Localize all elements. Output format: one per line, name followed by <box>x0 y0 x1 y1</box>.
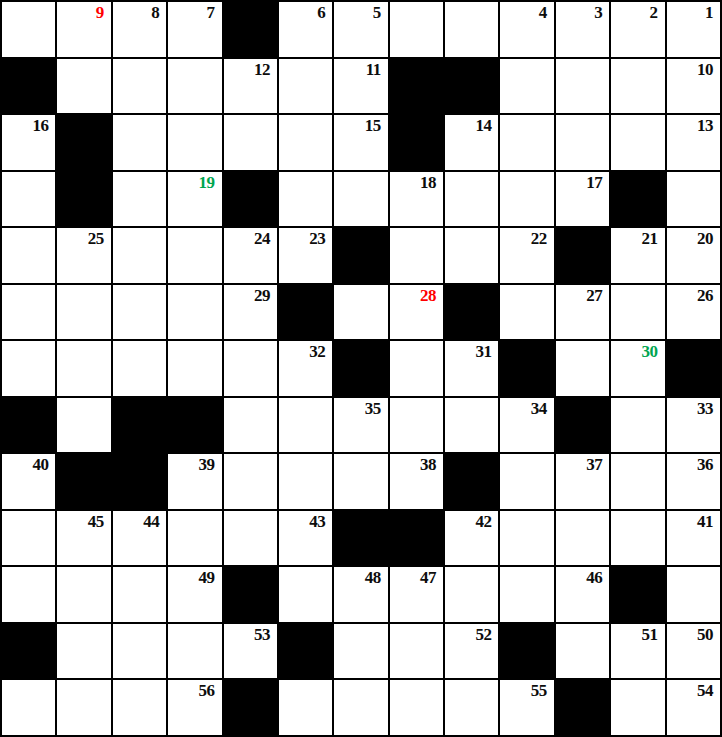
cell-r8c6[interactable] <box>279 398 332 453</box>
cell-r13c3[interactable] <box>113 680 166 735</box>
cell-r7c13 <box>667 341 720 396</box>
cell-r13c9[interactable] <box>445 680 498 735</box>
clue-number-17: 17 <box>586 173 602 192</box>
cell-r2c10[interactable] <box>500 59 553 114</box>
clue-number-34: 34 <box>531 399 547 418</box>
cell-r8c7[interactable]: 35 <box>334 398 387 453</box>
cell-r10c7 <box>334 511 387 566</box>
cell-r10c13[interactable]: 41 <box>667 511 720 566</box>
cell-r6c13[interactable]: 26 <box>667 285 720 340</box>
cell-r11c9[interactable] <box>445 567 498 622</box>
cell-r2c7[interactable]: 11 <box>334 59 387 114</box>
cell-r2c6[interactable] <box>279 59 332 114</box>
cell-r4c2 <box>57 172 110 227</box>
cell-r11c6[interactable] <box>279 567 332 622</box>
clue-number-31: 31 <box>475 342 491 361</box>
cell-r6c8[interactable]: 28 <box>390 285 443 340</box>
clue-number-3: 3 <box>594 3 602 22</box>
cell-r6c2[interactable] <box>57 285 110 340</box>
cell-r2c13[interactable]: 10 <box>667 59 720 114</box>
cell-r1c7[interactable]: 5 <box>334 2 387 57</box>
cell-r9c6[interactable] <box>279 454 332 509</box>
cell-r7c7 <box>334 341 387 396</box>
cell-r4c3[interactable] <box>113 172 166 227</box>
clue-number-41: 41 <box>697 512 713 531</box>
clue-number-53: 53 <box>254 625 270 644</box>
cell-r11c7[interactable]: 48 <box>334 567 387 622</box>
cell-r5c9[interactable] <box>445 228 498 283</box>
cell-r7c9[interactable]: 31 <box>445 341 498 396</box>
cell-r1c13[interactable]: 1 <box>667 2 720 57</box>
clue-number-11: 11 <box>366 60 381 79</box>
cell-r9c7[interactable] <box>334 454 387 509</box>
cell-r2c11[interactable] <box>556 59 609 114</box>
cell-r3c3[interactable] <box>113 115 166 170</box>
clue-number-4: 4 <box>539 3 547 22</box>
clue-number-18: 18 <box>420 173 436 192</box>
cell-r11c5 <box>224 567 277 622</box>
cell-r10c10[interactable] <box>500 511 553 566</box>
cell-r8c13[interactable]: 33 <box>667 398 720 453</box>
clue-number-25: 25 <box>88 229 104 248</box>
cell-r13c2[interactable] <box>57 680 110 735</box>
clue-number-38: 38 <box>420 455 436 474</box>
cell-r13c13[interactable]: 54 <box>667 680 720 735</box>
cell-r12c12[interactable]: 51 <box>611 624 664 679</box>
cell-r10c5[interactable] <box>224 511 277 566</box>
cell-r6c9 <box>445 285 498 340</box>
cell-r12c9[interactable]: 52 <box>445 624 498 679</box>
clue-number-42: 42 <box>475 512 491 531</box>
clue-number-26: 26 <box>697 286 713 305</box>
cell-r13c10[interactable]: 55 <box>500 680 553 735</box>
cell-r1c8[interactable] <box>390 2 443 57</box>
cell-r11c12 <box>611 567 664 622</box>
cell-r5c11 <box>556 228 609 283</box>
cell-r12c5[interactable]: 53 <box>224 624 277 679</box>
clue-number-13: 13 <box>697 116 713 135</box>
cell-r8c4 <box>168 398 221 453</box>
cell-r6c7[interactable] <box>334 285 387 340</box>
clue-number-33: 33 <box>697 399 713 418</box>
clue-number-50: 50 <box>697 625 713 644</box>
cell-r12c10 <box>500 624 553 679</box>
clue-number-5: 5 <box>373 3 381 22</box>
clue-number-54: 54 <box>697 681 713 700</box>
cell-r7c11[interactable] <box>556 341 609 396</box>
cell-r11c3[interactable] <box>113 567 166 622</box>
cell-r7c5[interactable] <box>224 341 277 396</box>
clue-number-20: 20 <box>697 229 713 248</box>
cell-r11c2[interactable] <box>57 567 110 622</box>
cell-r8c10[interactable]: 34 <box>500 398 553 453</box>
cell-r4c12 <box>611 172 664 227</box>
cell-r4c10[interactable] <box>500 172 553 227</box>
cell-r1c2[interactable]: 9 <box>57 2 110 57</box>
cell-r9c10[interactable] <box>500 454 553 509</box>
cell-r2c2[interactable] <box>57 59 110 114</box>
cell-r8c3 <box>113 398 166 453</box>
cell-r6c11[interactable]: 27 <box>556 285 609 340</box>
clue-number-28: 28 <box>420 286 436 305</box>
clue-number-40: 40 <box>32 455 48 474</box>
cell-r4c1[interactable] <box>2 172 55 227</box>
cell-r4c7[interactable] <box>334 172 387 227</box>
cell-r9c1[interactable]: 40 <box>2 454 55 509</box>
cell-r5c2[interactable]: 25 <box>57 228 110 283</box>
cell-r1c3[interactable]: 8 <box>113 2 166 57</box>
cell-r12c4[interactable] <box>168 624 221 679</box>
cell-r6c1[interactable] <box>2 285 55 340</box>
cell-r1c12[interactable]: 2 <box>611 2 664 57</box>
cell-r9c3 <box>113 454 166 509</box>
clue-number-39: 39 <box>199 455 215 474</box>
clue-number-23: 23 <box>309 229 325 248</box>
cell-r8c9[interactable] <box>445 398 498 453</box>
cell-r3c2 <box>57 115 110 170</box>
clue-number-16: 16 <box>32 116 48 135</box>
cell-r9c11[interactable]: 37 <box>556 454 609 509</box>
cell-r2c4[interactable] <box>168 59 221 114</box>
clue-number-48: 48 <box>365 568 381 587</box>
cell-r3c12[interactable] <box>611 115 664 170</box>
cell-r9c9 <box>445 454 498 509</box>
clue-number-22: 22 <box>531 229 547 248</box>
cell-r1c1[interactable] <box>2 2 55 57</box>
cell-r12c2[interactable] <box>57 624 110 679</box>
cell-r7c6[interactable]: 32 <box>279 341 332 396</box>
cell-r5c8[interactable] <box>390 228 443 283</box>
cell-r2c12[interactable] <box>611 59 664 114</box>
cell-r7c8[interactable] <box>390 341 443 396</box>
cell-r6c3[interactable] <box>113 285 166 340</box>
cell-r4c5 <box>224 172 277 227</box>
cell-r7c1[interactable] <box>2 341 55 396</box>
cell-r5c3[interactable] <box>113 228 166 283</box>
cell-r11c1[interactable] <box>2 567 55 622</box>
crossword-puzzle: 9876543211211101615141319181725242322212… <box>0 0 722 737</box>
cell-r13c6[interactable] <box>279 680 332 735</box>
cell-r7c2[interactable] <box>57 341 110 396</box>
cell-r8c12[interactable] <box>611 398 664 453</box>
cell-r1c11[interactable]: 3 <box>556 2 609 57</box>
cell-r5c1[interactable] <box>2 228 55 283</box>
clue-number-10: 10 <box>697 60 713 79</box>
cell-r3c10[interactable] <box>500 115 553 170</box>
cell-r1c4[interactable]: 7 <box>168 2 221 57</box>
cell-r3c6[interactable] <box>279 115 332 170</box>
clue-number-36: 36 <box>697 455 713 474</box>
cell-r2c8 <box>390 59 443 114</box>
cell-r7c12[interactable]: 30 <box>611 341 664 396</box>
cell-r3c8 <box>390 115 443 170</box>
crossword-board: 9876543211211101615141319181725242322212… <box>0 0 722 737</box>
clue-number-19: 19 <box>199 173 215 192</box>
clue-number-43: 43 <box>309 512 325 531</box>
clue-number-45: 45 <box>88 512 104 531</box>
cell-r4c8[interactable]: 18 <box>390 172 443 227</box>
cell-r1c5 <box>224 2 277 57</box>
cell-r6c10[interactable] <box>500 285 553 340</box>
cell-r13c11 <box>556 680 609 735</box>
cell-r8c1 <box>2 398 55 453</box>
clue-number-32: 32 <box>309 342 325 361</box>
cell-r5c5[interactable]: 24 <box>224 228 277 283</box>
cell-r13c7[interactable] <box>334 680 387 735</box>
cell-r6c4[interactable] <box>168 285 221 340</box>
cell-r1c9[interactable] <box>445 2 498 57</box>
cell-r5c10[interactable]: 22 <box>500 228 553 283</box>
clue-number-7: 7 <box>207 3 215 22</box>
cell-r9c2 <box>57 454 110 509</box>
cell-r11c10[interactable] <box>500 567 553 622</box>
cell-r11c8[interactable]: 47 <box>390 567 443 622</box>
clue-number-15: 15 <box>365 116 381 135</box>
clue-number-12: 12 <box>254 60 270 79</box>
cell-r8c2[interactable] <box>57 398 110 453</box>
clue-number-56: 56 <box>199 681 215 700</box>
cell-r10c12[interactable] <box>611 511 664 566</box>
clue-number-9: 9 <box>96 3 104 22</box>
cell-r10c3[interactable]: 44 <box>113 511 166 566</box>
cell-r2c9 <box>445 59 498 114</box>
cell-r8c8[interactable] <box>390 398 443 453</box>
cell-r9c4[interactable]: 39 <box>168 454 221 509</box>
cell-r3c13[interactable]: 13 <box>667 115 720 170</box>
clue-number-46: 46 <box>586 568 602 587</box>
cell-r13c5 <box>224 680 277 735</box>
cell-r4c11[interactable]: 17 <box>556 172 609 227</box>
cell-r10c9[interactable]: 42 <box>445 511 498 566</box>
cell-r7c10 <box>500 341 553 396</box>
cell-r11c13[interactable] <box>667 567 720 622</box>
cell-r12c3[interactable] <box>113 624 166 679</box>
cell-r1c6[interactable]: 6 <box>279 2 332 57</box>
clue-number-29: 29 <box>254 286 270 305</box>
cell-r10c6[interactable]: 43 <box>279 511 332 566</box>
cell-r6c5[interactable]: 29 <box>224 285 277 340</box>
clue-number-47: 47 <box>420 568 436 587</box>
cell-r4c6[interactable] <box>279 172 332 227</box>
cell-r2c3[interactable] <box>113 59 166 114</box>
cell-r12c11[interactable] <box>556 624 609 679</box>
clue-number-51: 51 <box>642 625 658 644</box>
cell-r7c3[interactable] <box>113 341 166 396</box>
cell-r13c12[interactable] <box>611 680 664 735</box>
clue-number-6: 6 <box>317 3 325 22</box>
cell-r10c11[interactable] <box>556 511 609 566</box>
cell-r2c1 <box>2 59 55 114</box>
cell-r8c5[interactable] <box>224 398 277 453</box>
cell-r9c13[interactable]: 36 <box>667 454 720 509</box>
cell-r12c7[interactable] <box>334 624 387 679</box>
cell-r3c5[interactable] <box>224 115 277 170</box>
clue-number-8: 8 <box>151 3 159 22</box>
clue-number-52: 52 <box>475 625 491 644</box>
cell-r13c1[interactable] <box>2 680 55 735</box>
cell-r1c10[interactable]: 4 <box>500 2 553 57</box>
cell-r10c2[interactable]: 45 <box>57 511 110 566</box>
clue-number-55: 55 <box>531 681 547 700</box>
cell-r4c13[interactable] <box>667 172 720 227</box>
cell-r5c4[interactable] <box>168 228 221 283</box>
cell-r9c8[interactable]: 38 <box>390 454 443 509</box>
cell-r13c4[interactable]: 56 <box>168 680 221 735</box>
cell-r3c11[interactable] <box>556 115 609 170</box>
cell-r3c4[interactable] <box>168 115 221 170</box>
cell-r5c13[interactable]: 20 <box>667 228 720 283</box>
clue-number-14: 14 <box>475 116 491 135</box>
cell-r9c5[interactable] <box>224 454 277 509</box>
cell-r12c8[interactable] <box>390 624 443 679</box>
clue-number-24: 24 <box>254 229 270 248</box>
cell-r8c11 <box>556 398 609 453</box>
cell-r3c1[interactable]: 16 <box>2 115 55 170</box>
cell-r6c12[interactable] <box>611 285 664 340</box>
cell-r13c8[interactable] <box>390 680 443 735</box>
clue-number-27: 27 <box>586 286 602 305</box>
cell-r2c5[interactable]: 12 <box>224 59 277 114</box>
cell-r9c12[interactable] <box>611 454 664 509</box>
clue-number-1: 1 <box>705 3 713 22</box>
cell-r11c4[interactable]: 49 <box>168 567 221 622</box>
clue-number-30: 30 <box>642 342 658 361</box>
cell-r10c4[interactable] <box>168 511 221 566</box>
cell-r4c4[interactable]: 19 <box>168 172 221 227</box>
clue-number-37: 37 <box>586 455 602 474</box>
cell-r3c7[interactable]: 15 <box>334 115 387 170</box>
cell-r12c13[interactable]: 50 <box>667 624 720 679</box>
cell-r3c9[interactable]: 14 <box>445 115 498 170</box>
cell-r10c8 <box>390 511 443 566</box>
clue-number-49: 49 <box>199 568 215 587</box>
cell-r6c6 <box>279 285 332 340</box>
cell-r12c1 <box>2 624 55 679</box>
clue-number-44: 44 <box>143 512 159 531</box>
cell-r10c1[interactable] <box>2 511 55 566</box>
cell-r5c6[interactable]: 23 <box>279 228 332 283</box>
cell-r5c7 <box>334 228 387 283</box>
cell-r12c6 <box>279 624 332 679</box>
cell-r5c12[interactable]: 21 <box>611 228 664 283</box>
clue-number-35: 35 <box>365 399 381 418</box>
cell-r11c11[interactable]: 46 <box>556 567 609 622</box>
clue-number-2: 2 <box>650 3 658 22</box>
cell-r4c9[interactable] <box>445 172 498 227</box>
cell-r7c4[interactable] <box>168 341 221 396</box>
clue-number-21: 21 <box>642 229 658 248</box>
